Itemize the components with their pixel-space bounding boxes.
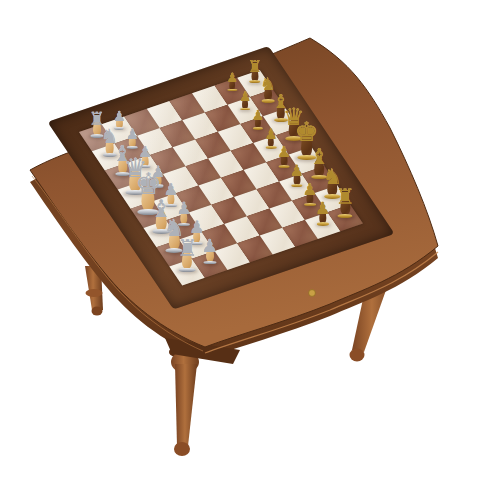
- piece-glyph-R: ♜: [336, 186, 355, 207]
- piece-glyph-R: ♜: [248, 59, 262, 75]
- piece-metal-base: [278, 165, 289, 168]
- piece-glyph-P: ♟: [277, 145, 291, 160]
- piece-metal-base: [253, 127, 263, 130]
- piece-metal-base: [240, 108, 250, 111]
- piece-glyph-P: ♟: [126, 127, 139, 142]
- piece-glyph-P: ♟: [239, 90, 251, 103]
- piece-metal-base: [179, 268, 196, 273]
- piece-metal-base: [228, 89, 237, 92]
- piece-glyph-P: ♟: [189, 219, 205, 236]
- piece-metal-base: [266, 146, 277, 149]
- piece-glyph-K: ♚: [294, 119, 318, 146]
- chess-table-photo: { "game": "chess", "scene": { "descripti…: [0, 0, 480, 480]
- piece-glyph-P: ♟: [315, 200, 330, 217]
- piece-glyph-P: ♟: [290, 163, 304, 179]
- piece-glyph-P: ♟: [264, 127, 277, 142]
- piece-glyph-P: ♟: [113, 109, 126, 123]
- piece-glyph-P: ♟: [252, 108, 265, 122]
- piece-glyph-P: ♟: [227, 72, 239, 85]
- piece-metal-base: [203, 261, 216, 265]
- piece-glyph-R: ♜: [177, 237, 198, 260]
- piece-glyph-P: ♟: [202, 237, 218, 255]
- pieces-layer: ♜♞♝♛♚♝♞♜♟♟♟♟♟♟♟♟♟♟♟♟♟♟♟♟♜♞♝♛♚♝♞♜: [0, 0, 480, 480]
- piece-glyph-P: ♟: [302, 182, 317, 198]
